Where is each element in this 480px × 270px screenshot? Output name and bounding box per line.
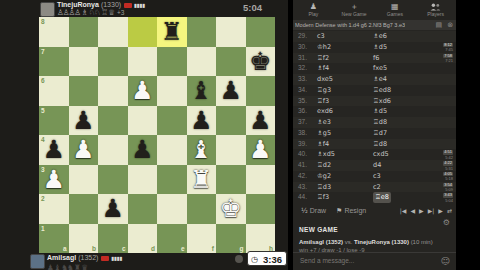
- player-bottom-rating: (1352): [78, 254, 98, 261]
- square-f3[interactable]: ♜: [187, 165, 217, 195]
- piece-white-r-f3[interactable]: ♜: [187, 165, 217, 195]
- square-a5[interactable]: 5: [39, 106, 69, 136]
- square-a4[interactable]: 4♟: [39, 135, 69, 165]
- move-white[interactable]: ♖f3: [317, 96, 329, 107]
- move-list: 29.c3♗e630.♔h2♗d58:127:4531.♖f2f67:587:2…: [293, 31, 456, 203]
- grid-icon: ▦: [375, 2, 416, 11]
- square-d3[interactable]: [128, 165, 158, 195]
- square-b8[interactable]: [69, 17, 99, 47]
- square-b7[interactable]: [69, 47, 99, 77]
- square-d5[interactable]: [128, 106, 158, 136]
- square-h2[interactable]: [246, 194, 276, 224]
- file-label: e: [181, 245, 185, 252]
- square-g4[interactable]: [216, 135, 246, 165]
- captured-pieces-top: ♙♙♙♙ ♗ ♘♘ ♖ ♕+3: [57, 8, 124, 17]
- move-number: 29.: [298, 31, 307, 42]
- move-row: 41.♖d2d44:225:31: [293, 160, 456, 171]
- move-times: 4:515:42: [443, 150, 453, 160]
- move-white[interactable]: ♖g3: [317, 85, 331, 96]
- move-row: 36.exd6♗d5: [293, 106, 456, 117]
- square-e6[interactable]: [157, 76, 187, 106]
- square-h4[interactable]: ♟: [246, 135, 276, 165]
- move-number: 44.: [298, 192, 307, 203]
- square-d1[interactable]: d: [128, 224, 158, 254]
- player-bottom-name[interactable]: Amilsagl: [47, 254, 76, 261]
- time-control: (10 min): [411, 239, 433, 245]
- file-label: f: [212, 245, 214, 252]
- flag-marks: ▮▮▮▮: [134, 2, 145, 8]
- move-black[interactable]: c2: [373, 182, 381, 193]
- square-f1[interactable]: f: [187, 224, 217, 254]
- move-number: 43.: [298, 182, 307, 193]
- move-black[interactable]: ♖d7: [373, 128, 387, 139]
- move-number: 36.: [298, 106, 307, 117]
- tab-players[interactable]: Players: [415, 0, 456, 19]
- move-white[interactable]: ♗xd5: [317, 149, 335, 160]
- square-e5[interactable]: [157, 106, 187, 136]
- tab-new-game[interactable]: ＋ New Game: [334, 0, 375, 19]
- move-row: 34.♖g3♖ed8: [293, 85, 456, 96]
- move-row: 31.♖f2f67:587:21: [293, 53, 456, 64]
- piece-white-b-f4[interactable]: ♝: [187, 135, 217, 165]
- square-c3[interactable]: [98, 165, 128, 195]
- file-label: b: [92, 245, 96, 252]
- piece-black-b-f6[interactable]: ♝: [187, 76, 217, 106]
- move-white[interactable]: ♗f4: [317, 63, 329, 74]
- move-white[interactable]: ♖d3: [317, 182, 331, 193]
- move-times: 4:225:31: [443, 161, 453, 171]
- book-icon[interactable]: ▤: [435, 20, 442, 30]
- move-row: 38.♗g5♖d7: [293, 128, 456, 139]
- move-navigation: |◀◀▶▶|▶⇄: [396, 204, 452, 217]
- square-f7[interactable]: [187, 47, 217, 77]
- square-b2[interactable]: [69, 194, 99, 224]
- clock-black: 5:04: [228, 2, 262, 13]
- opening-name: Modern Defense with 1.d4 g6 2.Nf3 Bg7 3.…: [295, 20, 405, 30]
- move-black-current[interactable]: ♖e8: [373, 192, 391, 203]
- square-a1[interactable]: 1a: [39, 224, 69, 254]
- square-c7[interactable]: [98, 47, 128, 77]
- move-black[interactable]: d4: [373, 160, 381, 171]
- move-row: 33.dxe5♗e4: [293, 74, 456, 85]
- nav-last-button[interactable]: ▶|: [428, 204, 435, 217]
- square-a6[interactable]: 6: [39, 76, 69, 106]
- piece-black-p-h5[interactable]: ♟: [246, 106, 276, 136]
- square-h7[interactable]: ♚: [246, 47, 276, 77]
- square-g8[interactable]: [216, 17, 246, 47]
- move-black[interactable]: ♖d8: [373, 117, 387, 128]
- piece-black-p-g6[interactable]: ♟: [216, 76, 246, 106]
- move-black[interactable]: ♗d5: [373, 106, 387, 117]
- country-flag-icon: [101, 256, 109, 261]
- chess-board: 8♜7♚6♟♝♟5♟♟♟4♟♟♟♝♟3♟♜2♟♚1abcdefgh: [39, 17, 275, 253]
- move-row: 40.♗xd5cxd54:515:42: [293, 149, 456, 160]
- move-row: 39.♗f4♖d8: [293, 139, 456, 150]
- file-label: c: [122, 245, 126, 252]
- pawn-icon: ♟: [293, 2, 334, 11]
- matchup-line: Amilsagl (1352) vs. TinejuRonya (1330) (…: [299, 239, 456, 245]
- square-a7[interactable]: 7: [39, 47, 69, 77]
- move-white[interactable]: ♖d2: [317, 160, 331, 171]
- player-top-name[interactable]: TinejuRonya: [57, 1, 99, 8]
- move-row: 30.♔h2♗d58:127:45: [293, 42, 456, 53]
- resign-button[interactable]: ⚑Resign: [336, 207, 366, 214]
- piece-black-p-c2[interactable]: ♟: [98, 194, 128, 224]
- player-bottom-row: Amilsagl(1352)▮▮▮▮: [47, 254, 122, 261]
- square-d4[interactable]: ♟: [128, 135, 158, 165]
- square-f5[interactable]: ♟: [187, 106, 217, 136]
- square-b6[interactable]: [69, 76, 99, 106]
- square-h6[interactable]: [246, 76, 276, 106]
- rank-label: 1: [41, 225, 45, 232]
- move-white[interactable]: ♗e3: [317, 117, 331, 128]
- square-a3[interactable]: 3♟: [39, 165, 69, 195]
- square-b1[interactable]: b: [69, 224, 99, 254]
- move-row: 29.c3♗e6: [293, 31, 456, 42]
- rank-label: 2: [41, 195, 45, 202]
- players-icon: [430, 3, 441, 11]
- square-b3[interactable]: [69, 165, 99, 195]
- square-f4[interactable]: ♝: [187, 135, 217, 165]
- flag-icon: ⚑: [336, 207, 342, 215]
- move-times: 4:055:18: [443, 172, 453, 182]
- piece-black-p-d4[interactable]: ♟: [128, 135, 158, 165]
- nav-next-button[interactable]: ▶: [419, 204, 424, 217]
- square-f8[interactable]: [187, 17, 217, 47]
- square-h3[interactable]: [246, 165, 276, 195]
- move-row: 35.♖f3♖xd6: [293, 96, 456, 107]
- square-g1[interactable]: g: [216, 224, 246, 254]
- avatar[interactable]: [30, 254, 45, 269]
- square-c4[interactable]: [98, 135, 128, 165]
- square-g7[interactable]: [216, 47, 246, 77]
- country-flag-icon: [124, 3, 132, 8]
- piece-black-p-b5[interactable]: ♟: [69, 106, 99, 136]
- move-row: 42.♔g2c34:055:18: [293, 171, 456, 182]
- move-black[interactable]: ♖xd6: [373, 96, 391, 107]
- move-white[interactable]: ♔g2: [317, 171, 331, 182]
- sidebar-panel: ♟ Play ＋ New Game ▦ Games Players Modern…: [293, 0, 456, 270]
- move-number: 31.: [298, 53, 307, 64]
- square-c5[interactable]: [98, 106, 128, 136]
- move-number: 32.: [298, 63, 307, 74]
- move-number: 33.: [298, 74, 307, 85]
- player-top-rating: (1330): [101, 1, 121, 8]
- square-d6[interactable]: ♟: [128, 76, 158, 106]
- move-black[interactable]: ♖d8: [373, 139, 387, 150]
- tab-play[interactable]: ♟ Play: [293, 0, 334, 19]
- draw-button[interactable]: ½Draw: [301, 207, 326, 214]
- square-b5[interactable]: ♟: [69, 106, 99, 136]
- move-black[interactable]: f6: [373, 53, 379, 64]
- move-black[interactable]: fxe5: [373, 63, 387, 74]
- move-times: 7:587:21: [443, 54, 453, 64]
- new-game-section: NEW GAME ⚙ Amilsagl (1352) vs. TinejuRon…: [293, 218, 456, 253]
- piece-black-r-e8[interactable]: ♜: [157, 17, 187, 47]
- piece-black-p-a4[interactable]: ♟: [39, 135, 69, 165]
- nav-prev-button[interactable]: ◀: [410, 204, 415, 217]
- file-label: d: [151, 245, 155, 252]
- gear-icon[interactable]: ⚙: [443, 218, 450, 227]
- move-number: 35.: [298, 96, 307, 107]
- move-number: 41.: [298, 160, 307, 171]
- new-game-title: NEW GAME: [299, 226, 338, 233]
- clock-options-icon[interactable]: [235, 255, 243, 263]
- square-g3[interactable]: [216, 165, 246, 195]
- flip-board-button[interactable]: ⇄: [447, 204, 452, 217]
- square-a8[interactable]: 8: [39, 17, 69, 47]
- avatar[interactable]: [40, 2, 55, 17]
- smiley-icon[interactable]: ☺: [441, 256, 450, 266]
- move-number: 38.: [298, 128, 307, 139]
- close-icon[interactable]: ⊗: [447, 20, 453, 30]
- half-point-icon: ½: [301, 207, 308, 215]
- move-number: 37.: [298, 117, 307, 128]
- piece-white-p-b4[interactable]: ♟: [69, 135, 99, 165]
- square-e4[interactable]: [157, 135, 187, 165]
- move-row: 44.♖f3♖e83:435:04: [293, 192, 456, 203]
- nav-first-button[interactable]: |◀: [400, 204, 407, 217]
- square-e8[interactable]: ♜: [157, 17, 187, 47]
- square-d2[interactable]: [128, 194, 158, 224]
- move-times: 3:435:04: [443, 193, 453, 203]
- move-white[interactable]: ♖f2: [317, 53, 329, 64]
- game-controls: ½Draw ⚑Resign |◀◀▶▶|▶⇄: [293, 204, 456, 217]
- plus-square-icon: ＋: [334, 2, 375, 11]
- piece-white-p-d6[interactable]: ♟: [128, 76, 158, 106]
- clock-icon: ◷: [251, 252, 258, 267]
- square-e1[interactable]: e: [157, 224, 187, 254]
- move-times: 3:545:09: [443, 183, 453, 193]
- flag-marks: ▮▮▮▮: [111, 255, 122, 261]
- square-g5[interactable]: [216, 106, 246, 136]
- tab-games[interactable]: ▦ Games: [375, 0, 416, 19]
- move-row: 32.♗f4fxe5: [293, 63, 456, 74]
- matchup-white: Amilsagl (1352): [299, 239, 343, 245]
- letterbox: [456, 0, 480, 270]
- piece-black-p-f5[interactable]: ♟: [187, 106, 217, 136]
- square-h1[interactable]: h: [246, 224, 276, 254]
- square-e2[interactable]: [157, 194, 187, 224]
- stream-stage: TinejuRonya(1330)▮▮▮▮ ♙♙♙♙ ♗ ♘♘ ♖ ♕+3 5:…: [0, 0, 288, 270]
- square-d8[interactable]: [128, 17, 158, 47]
- piece-white-p-a3[interactable]: ♟: [39, 165, 69, 195]
- move-number: 30.: [298, 42, 307, 53]
- move-times: 8:127:45: [443, 43, 453, 53]
- move-white[interactable]: ♖f3: [317, 192, 329, 203]
- chat-input[interactable]: Send a message...: [300, 257, 456, 264]
- move-number: 39.: [298, 139, 307, 150]
- move-row: 37.♗e3♖d8: [293, 117, 456, 128]
- opening-name-bar: Modern Defense with 1.d4 g6 2.Nf3 Bg7 3.…: [293, 20, 456, 30]
- move-number: 34.: [298, 85, 307, 96]
- rank-label: 5: [41, 107, 45, 114]
- square-g2[interactable]: ♚: [216, 194, 246, 224]
- move-white[interactable]: ♗f4: [317, 139, 329, 150]
- clock-white: ◷3:36: [247, 251, 287, 266]
- move-black[interactable]: cxd5: [373, 149, 389, 160]
- file-label: a: [63, 245, 67, 252]
- rank-label: 6: [41, 77, 45, 84]
- material-advantage: +3: [117, 9, 124, 16]
- move-black[interactable]: c3: [373, 171, 381, 182]
- piece-white-p-h4[interactable]: ♟: [246, 135, 276, 165]
- move-black[interactable]: ♖ed8: [373, 85, 391, 96]
- square-c8[interactable]: [98, 17, 128, 47]
- move-number: 42.: [298, 171, 307, 182]
- square-d7[interactable]: [128, 47, 158, 77]
- move-white[interactable]: dxe5: [317, 74, 333, 85]
- rank-label: 8: [41, 18, 45, 25]
- move-black[interactable]: ♗e4: [373, 74, 387, 85]
- move-black[interactable]: ♗e6: [373, 31, 387, 42]
- move-white[interactable]: ♔h2: [317, 42, 331, 53]
- square-f2[interactable]: [187, 194, 217, 224]
- file-label: g: [240, 245, 244, 252]
- move-number: 40.: [298, 149, 307, 160]
- square-a2[interactable]: 2: [39, 194, 69, 224]
- nav-play-button[interactable]: ▶: [438, 204, 443, 217]
- square-e3[interactable]: [157, 165, 187, 195]
- square-b4[interactable]: ♟: [69, 135, 99, 165]
- square-c6[interactable]: [98, 76, 128, 106]
- piece-black-k-h7[interactable]: ♚: [246, 47, 276, 77]
- square-h5[interactable]: ♟: [246, 106, 276, 136]
- square-h8[interactable]: [246, 17, 276, 47]
- rank-label: 7: [41, 48, 45, 55]
- square-e7[interactable]: [157, 47, 187, 77]
- square-c2[interactable]: ♟: [98, 194, 128, 224]
- square-c1[interactable]: c: [98, 224, 128, 254]
- move-black[interactable]: ♗d5: [373, 42, 387, 53]
- piece-white-k-g2[interactable]: ♚: [216, 194, 246, 224]
- matchup-black: TinejuRonya (1330): [354, 239, 409, 245]
- move-white[interactable]: ♗g5: [317, 128, 331, 139]
- move-white[interactable]: c3: [317, 31, 325, 42]
- captured-pieces-bottom: ♟ ♝ ♞♞ ♜ ♛: [47, 263, 87, 270]
- chat-bar: Send a message... ☺: [293, 252, 456, 270]
- square-f6[interactable]: ♝: [187, 76, 217, 106]
- tab-bar: ♟ Play ＋ New Game ▦ Games Players: [293, 0, 456, 19]
- square-g6[interactable]: ♟: [216, 76, 246, 106]
- move-white[interactable]: exd6: [317, 106, 333, 117]
- move-row: 43.♖d3c23:545:09: [293, 182, 456, 193]
